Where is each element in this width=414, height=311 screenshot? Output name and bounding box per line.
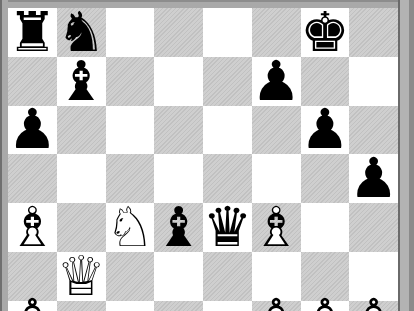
board-grid: ♜♞♚♝♟♟♟♟♝♗♞♘♝♛♝♗♛♕♟♙♟♙♟♙♟♙	[8, 8, 398, 311]
square-g6[interactable]: ♟	[301, 106, 350, 155]
piece-outline: ♙	[301, 296, 350, 311]
square-f4[interactable]: ♝♗	[252, 203, 301, 252]
square-h2[interactable]: ♟♙	[349, 301, 398, 311]
square-d3[interactable]	[154, 252, 203, 301]
square-c6[interactable]	[106, 106, 155, 155]
square-b5[interactable]	[57, 154, 106, 203]
square-a6[interactable]: ♟	[8, 106, 57, 155]
square-e6[interactable]	[203, 106, 252, 155]
square-h7[interactable]	[349, 57, 398, 106]
piece-white-knight-c4[interactable]: ♞♘	[106, 203, 155, 252]
square-e3[interactable]	[203, 252, 252, 301]
piece-outline: ♗	[252, 203, 301, 252]
piece-outline: ♗	[8, 203, 57, 252]
piece-outline: ♕	[57, 252, 106, 301]
piece-black-pawn-g6[interactable]: ♟	[301, 106, 350, 155]
square-d6[interactable]	[154, 106, 203, 155]
square-d4[interactable]: ♝	[154, 203, 203, 252]
board-frame-left	[0, 0, 8, 311]
square-d8[interactable]	[154, 8, 203, 57]
piece-outline: ♙	[349, 296, 398, 311]
square-f2[interactable]: ♟♙	[252, 301, 301, 311]
square-d7[interactable]	[154, 57, 203, 106]
square-f6[interactable]	[252, 106, 301, 155]
square-a2[interactable]: ♟♙	[8, 301, 57, 311]
square-c2[interactable]	[106, 301, 155, 311]
chess-board: ♜♞♚♝♟♟♟♟♝♗♞♘♝♛♝♗♛♕♟♙♟♙♟♙♟♙	[0, 0, 414, 311]
square-e8[interactable]	[203, 8, 252, 57]
piece-outline: ♙	[8, 296, 57, 311]
square-a4[interactable]: ♝♗	[8, 203, 57, 252]
piece-white-queen-b3[interactable]: ♛♕	[57, 252, 106, 301]
square-e7[interactable]	[203, 57, 252, 106]
piece-white-bishop-f4[interactable]: ♝♗	[252, 203, 301, 252]
square-g5[interactable]	[301, 154, 350, 203]
square-g2[interactable]: ♟♙	[301, 301, 350, 311]
piece-black-rook-a8[interactable]: ♜	[8, 8, 57, 57]
square-d2[interactable]	[154, 301, 203, 311]
piece-outline: ♘	[106, 203, 155, 252]
square-g4[interactable]	[301, 203, 350, 252]
piece-black-pawn-a6[interactable]: ♟	[8, 106, 57, 155]
square-b7[interactable]: ♝	[57, 57, 106, 106]
piece-black-pawn-f7[interactable]: ♟	[252, 57, 301, 106]
square-e2[interactable]	[203, 301, 252, 311]
square-f7[interactable]: ♟	[252, 57, 301, 106]
square-a8[interactable]: ♜	[8, 8, 57, 57]
square-e4[interactable]: ♛	[203, 203, 252, 252]
piece-black-bishop-b7[interactable]: ♝	[57, 57, 106, 106]
square-c8[interactable]	[106, 8, 155, 57]
piece-black-king-g8[interactable]: ♚	[301, 8, 350, 57]
piece-white-pawn-f2[interactable]: ♟♙	[252, 296, 301, 311]
piece-white-bishop-a4[interactable]: ♝♗	[8, 203, 57, 252]
square-h4[interactable]	[349, 203, 398, 252]
piece-white-pawn-a2[interactable]: ♟♙	[8, 296, 57, 311]
piece-white-pawn-h2[interactable]: ♟♙	[349, 296, 398, 311]
board-frame-top	[0, 0, 414, 8]
piece-black-pawn-h5[interactable]: ♟	[349, 154, 398, 203]
piece-black-bishop-d4[interactable]: ♝	[154, 203, 203, 252]
square-g8[interactable]: ♚	[301, 8, 350, 57]
square-c7[interactable]	[106, 57, 155, 106]
square-b2[interactable]	[57, 301, 106, 311]
square-b6[interactable]	[57, 106, 106, 155]
square-c4[interactable]: ♞♘	[106, 203, 155, 252]
board-frame-right	[398, 0, 414, 311]
square-h8[interactable]	[349, 8, 398, 57]
piece-white-pawn-g2[interactable]: ♟♙	[301, 296, 350, 311]
square-b3[interactable]: ♛♕	[57, 252, 106, 301]
square-h5[interactable]: ♟	[349, 154, 398, 203]
piece-black-queen-e4[interactable]: ♛	[203, 203, 252, 252]
piece-outline: ♙	[252, 296, 301, 311]
square-c3[interactable]	[106, 252, 155, 301]
